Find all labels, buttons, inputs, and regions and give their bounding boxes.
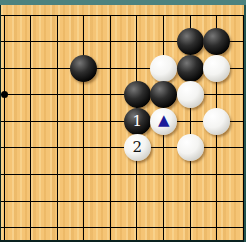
intersection[interactable] — [44, 135, 71, 162]
grid-line — [163, 214, 164, 240]
stone-black — [124, 81, 151, 108]
intersection[interactable] — [17, 161, 44, 188]
grid-line — [230, 15, 244, 16]
grid-line — [4, 15, 5, 29]
move-number-label: 1 — [132, 114, 142, 129]
grid-line — [216, 214, 217, 240]
grid-line — [230, 227, 244, 228]
intersection[interactable] — [150, 81, 177, 108]
grid-line — [57, 161, 58, 188]
grid-line — [216, 161, 217, 188]
stone-black — [177, 28, 204, 55]
grid-line — [83, 15, 84, 29]
intersection[interactable] — [70, 161, 97, 188]
intersection[interactable] — [177, 81, 204, 108]
grid-line — [230, 201, 244, 202]
intersection[interactable] — [44, 188, 71, 215]
intersection[interactable] — [97, 161, 124, 188]
intersection[interactable] — [1, 28, 17, 55]
intersection[interactable] — [150, 55, 177, 82]
intersection[interactable] — [177, 188, 204, 215]
grid-line — [110, 15, 111, 29]
intersection[interactable] — [150, 161, 177, 188]
stone-white — [203, 55, 230, 82]
move-number-label: 2 — [132, 140, 142, 155]
intersection[interactable] — [1, 108, 17, 135]
intersection[interactable] — [124, 5, 151, 28]
grid-line — [190, 161, 191, 188]
intersection[interactable]: ▲ — [150, 108, 177, 135]
stone-black-move-1: 1 — [124, 108, 151, 135]
intersection[interactable] — [230, 5, 244, 28]
grid-line — [4, 161, 5, 188]
intersection[interactable] — [17, 5, 44, 28]
intersection[interactable] — [150, 214, 177, 240]
stone-white — [203, 108, 230, 135]
grid-line — [230, 41, 244, 42]
intersection[interactable] — [1, 188, 17, 215]
intersection[interactable] — [1, 81, 17, 108]
grid-line — [190, 15, 191, 29]
grid-line — [4, 214, 5, 240]
grid-line — [136, 214, 137, 240]
intersection[interactable] — [17, 188, 44, 215]
grid-line — [163, 135, 164, 162]
intersection[interactable] — [44, 161, 71, 188]
grid-line — [216, 135, 217, 162]
intersection[interactable] — [44, 214, 71, 240]
grid-line — [4, 188, 5, 215]
grid-line — [190, 214, 191, 240]
intersection[interactable] — [203, 5, 230, 28]
grid-line — [83, 188, 84, 215]
intersection[interactable] — [203, 28, 230, 55]
intersection[interactable] — [150, 188, 177, 215]
stone-black — [70, 55, 97, 82]
grid-line — [83, 108, 84, 135]
stone-black — [177, 55, 204, 82]
triangle-marker-icon: ▲ — [158, 112, 170, 127]
intersection[interactable] — [17, 81, 44, 108]
intersection[interactable] — [70, 214, 97, 240]
grid-line — [57, 135, 58, 162]
grid-line — [216, 15, 217, 29]
intersection[interactable] — [70, 28, 97, 55]
go-app-viewport: 1▲2 — [0, 0, 246, 242]
intersection[interactable] — [230, 55, 244, 82]
grid-line — [230, 68, 244, 69]
grid-line — [4, 108, 5, 135]
window-background-strip-top — [0, 0, 246, 5]
intersection[interactable] — [230, 188, 244, 215]
intersection[interactable] — [230, 81, 244, 108]
grid-line — [136, 28, 137, 55]
intersection[interactable] — [230, 28, 244, 55]
intersection[interactable] — [177, 161, 204, 188]
intersection[interactable] — [124, 188, 151, 215]
grid-line — [83, 81, 84, 108]
intersection[interactable] — [203, 161, 230, 188]
grid-line — [136, 15, 137, 29]
intersection[interactable] — [177, 135, 204, 162]
intersection[interactable] — [124, 81, 151, 108]
intersection[interactable] — [97, 135, 124, 162]
grid-line — [30, 214, 31, 240]
intersection[interactable] — [97, 214, 124, 240]
grid-line — [230, 174, 244, 175]
stone-white — [177, 81, 204, 108]
grid-line — [110, 28, 111, 55]
intersection[interactable] — [70, 135, 97, 162]
intersection[interactable] — [44, 55, 71, 82]
grid-line — [163, 161, 164, 188]
grid-line — [83, 28, 84, 55]
intersection[interactable] — [124, 214, 151, 240]
intersection[interactable] — [230, 108, 244, 135]
intersection[interactable] — [70, 81, 97, 108]
intersection[interactable] — [1, 5, 17, 28]
grid-line — [110, 135, 111, 162]
intersection[interactable] — [97, 188, 124, 215]
grid-line — [30, 15, 31, 29]
grid-line — [30, 81, 31, 108]
intersection[interactable] — [203, 108, 230, 135]
intersection[interactable] — [203, 81, 230, 108]
grid-line — [30, 135, 31, 162]
grid-line — [230, 94, 244, 95]
grid-line — [110, 161, 111, 188]
grid-line — [4, 28, 5, 55]
intersection[interactable] — [17, 108, 44, 135]
grid-line — [30, 108, 31, 135]
grid-line — [110, 81, 111, 108]
grid-line — [57, 214, 58, 240]
intersection[interactable] — [17, 214, 44, 240]
intersection[interactable]: 1 — [124, 108, 151, 135]
intersection[interactable] — [17, 28, 44, 55]
stone-white — [150, 55, 177, 82]
grid-line — [83, 214, 84, 240]
grid-line — [190, 108, 191, 135]
intersection[interactable] — [124, 161, 151, 188]
intersection[interactable] — [70, 188, 97, 215]
grid-line — [110, 108, 111, 135]
grid-line — [57, 81, 58, 108]
grid-line — [30, 28, 31, 55]
grid-line — [57, 55, 58, 82]
stone-white-triangle-marked: ▲ — [150, 108, 177, 135]
intersection[interactable] — [203, 214, 230, 240]
grid-line — [57, 188, 58, 215]
stone-white-move-2: 2 — [124, 134, 151, 161]
grid-line — [4, 135, 5, 162]
intersection[interactable] — [203, 135, 230, 162]
grid-line — [230, 121, 244, 122]
stone-black — [203, 28, 230, 55]
grid-line — [30, 55, 31, 82]
intersection[interactable] — [97, 55, 124, 82]
intersection[interactable] — [1, 214, 17, 240]
intersection[interactable] — [230, 161, 244, 188]
grid-line — [30, 188, 31, 215]
intersection[interactable] — [17, 55, 44, 82]
intersection[interactable] — [177, 55, 204, 82]
star-point — [1, 91, 8, 98]
grid-line — [190, 188, 191, 215]
go-board: 1▲2 — [1, 5, 244, 240]
intersection[interactable] — [203, 188, 230, 215]
intersection[interactable] — [70, 108, 97, 135]
intersection[interactable] — [177, 108, 204, 135]
intersection[interactable] — [1, 55, 17, 82]
grid-line — [83, 135, 84, 162]
intersection[interactable] — [230, 135, 244, 162]
intersection[interactable] — [230, 214, 244, 240]
intersection[interactable] — [150, 135, 177, 162]
intersection[interactable] — [44, 81, 71, 108]
intersection[interactable]: 2 — [124, 135, 151, 162]
intersection[interactable] — [97, 28, 124, 55]
intersection[interactable] — [1, 161, 17, 188]
intersection[interactable] — [97, 108, 124, 135]
intersection[interactable] — [44, 28, 71, 55]
grid-line — [163, 15, 164, 29]
grid-line — [57, 15, 58, 29]
grid-line — [136, 161, 137, 188]
intersection[interactable] — [124, 55, 151, 82]
intersection[interactable] — [70, 55, 97, 82]
intersection[interactable] — [177, 214, 204, 240]
intersection[interactable] — [1, 135, 17, 162]
intersection[interactable] — [17, 135, 44, 162]
grid-line — [163, 28, 164, 55]
intersection[interactable] — [124, 28, 151, 55]
stone-black — [150, 81, 177, 108]
board-grid: 1▲2 — [1, 5, 244, 240]
intersection[interactable] — [97, 5, 124, 28]
grid-line — [30, 161, 31, 188]
intersection[interactable] — [44, 108, 71, 135]
grid-line — [4, 55, 5, 82]
grid-line — [110, 55, 111, 82]
grid-line — [216, 81, 217, 108]
grid-line — [136, 188, 137, 215]
intersection[interactable] — [150, 28, 177, 55]
intersection[interactable] — [70, 5, 97, 28]
grid-line — [110, 188, 111, 215]
intersection[interactable] — [177, 5, 204, 28]
intersection[interactable] — [44, 5, 71, 28]
grid-line — [163, 188, 164, 215]
grid-line — [83, 161, 84, 188]
stone-white — [177, 134, 204, 161]
grid-line — [216, 188, 217, 215]
grid-line — [110, 214, 111, 240]
intersection[interactable] — [150, 5, 177, 28]
grid-line — [230, 147, 244, 148]
grid-line — [57, 108, 58, 135]
intersection[interactable] — [177, 28, 204, 55]
intersection[interactable] — [97, 81, 124, 108]
intersection[interactable] — [203, 55, 230, 82]
grid-line — [57, 28, 58, 55]
grid-line — [136, 55, 137, 82]
window-background-strip-right — [244, 5, 246, 242]
